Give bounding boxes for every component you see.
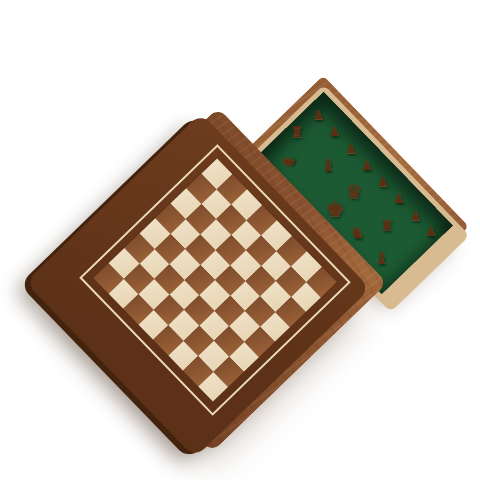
drawer-piece-pawn: ♟ bbox=[361, 158, 373, 171]
drawer-piece-pawn: ♟ bbox=[425, 225, 437, 238]
drawer-piece-knight: ♞ bbox=[350, 225, 364, 241]
drawer-piece-pawn: ♟ bbox=[410, 209, 422, 222]
chess-set-photo: ♟♟♟♟♟♟♟♟♜♝♛♜♞♚♞♝ bbox=[0, 0, 480, 480]
drawer-piece-bishop: ♝ bbox=[374, 250, 389, 267]
drawer-piece-pawn: ♟ bbox=[377, 175, 389, 188]
drawer-piece-rook: ♜ bbox=[381, 219, 394, 234]
chess-board bbox=[93, 158, 336, 401]
drawer-piece-bishop: ♝ bbox=[321, 156, 336, 173]
drawer-piece-knight-lying: ♞ bbox=[278, 152, 299, 173]
drawer-piece-rook: ♜ bbox=[291, 125, 304, 140]
drawer-piece-pawn: ♟ bbox=[345, 142, 357, 155]
drawer-piece-pawn: ♟ bbox=[393, 192, 405, 205]
drawer-piece-king: ♚ bbox=[325, 200, 344, 221]
drawer-piece-pawn: ♟ bbox=[313, 108, 325, 121]
drawer-piece-pawn: ♟ bbox=[329, 125, 341, 138]
chess-case-assembly: ♟♟♟♟♟♟♟♟♜♝♛♜♞♚♞♝ bbox=[42, 107, 387, 452]
drawer-piece-queen: ♛ bbox=[346, 182, 363, 201]
